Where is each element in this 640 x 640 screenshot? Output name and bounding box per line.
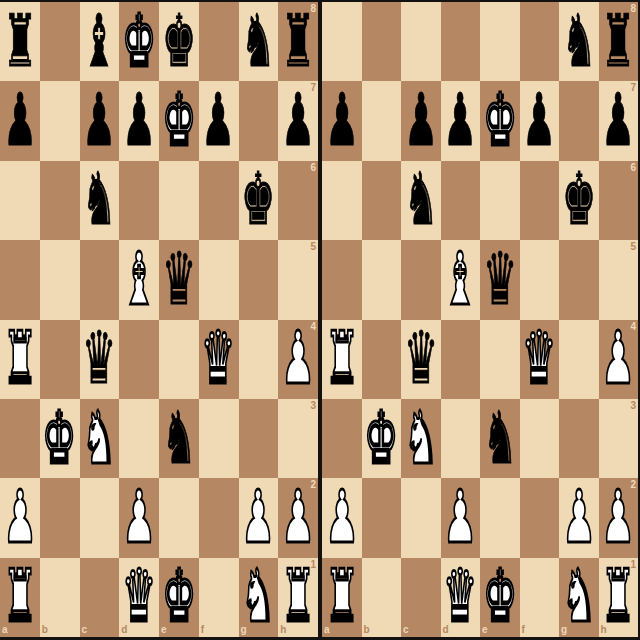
white-queen[interactable]: ♛ — [122, 561, 156, 634]
square-f3[interactable] — [520, 399, 560, 478]
black-knight[interactable]: ♞ — [562, 5, 596, 78]
black-pawn[interactable]: ♟ — [443, 85, 477, 158]
black-queen[interactable]: ♛ — [483, 243, 517, 316]
square-b6[interactable] — [40, 161, 80, 240]
square-d4[interactable] — [119, 320, 159, 399]
square-a7[interactable]: ♟ — [322, 81, 362, 160]
square-h5[interactable]: 5 — [599, 240, 639, 319]
rank-label-6: 6 — [630, 163, 636, 173]
file-label-b: b — [42, 625, 48, 635]
file-label-d: d — [443, 625, 449, 635]
square-c1[interactable]: c — [401, 558, 441, 637]
square-d2[interactable]: ♟ — [441, 478, 481, 557]
square-c5[interactable] — [401, 240, 441, 319]
square-e3[interactable]: ♞ — [480, 399, 520, 478]
file-label-c: c — [82, 625, 88, 635]
square-a4[interactable]: ♜ — [0, 320, 40, 399]
square-g5[interactable] — [559, 240, 599, 319]
rank-label-5: 5 — [310, 242, 316, 252]
square-c6[interactable]: ♞ — [401, 161, 441, 240]
square-a8[interactable] — [322, 2, 362, 81]
square-b1[interactable]: b — [362, 558, 402, 637]
square-h8[interactable]: ♜8 — [599, 2, 639, 81]
square-a2[interactable]: ♟ — [322, 478, 362, 557]
white-queen[interactable]: ♛ — [443, 561, 477, 634]
square-h1[interactable]: ♜1h — [278, 558, 318, 637]
square-e8[interactable]: ♚ — [159, 2, 199, 81]
square-e8[interactable] — [480, 2, 520, 81]
white-king[interactable]: ♚ — [43, 402, 77, 475]
square-f7[interactable]: ♟ — [520, 81, 560, 160]
square-c6[interactable]: ♞ — [80, 161, 120, 240]
rank-label-1: 1 — [630, 560, 636, 570]
square-d7[interactable]: ♟ — [441, 81, 481, 160]
square-g6[interactable]: ♚ — [559, 161, 599, 240]
square-d3[interactable] — [119, 399, 159, 478]
white-pawn[interactable]: ♟ — [281, 482, 315, 555]
square-a5[interactable] — [322, 240, 362, 319]
square-c3[interactable]: ♞ — [80, 399, 120, 478]
square-f8[interactable] — [520, 2, 560, 81]
square-d8[interactable]: ♚ — [119, 2, 159, 81]
square-e7[interactable]: ♚ — [480, 81, 520, 160]
square-e6[interactable] — [159, 161, 199, 240]
square-d1[interactable]: ♛d — [441, 558, 481, 637]
square-a5[interactable] — [0, 240, 40, 319]
square-d7[interactable]: ♟ — [119, 81, 159, 160]
square-c2[interactable] — [401, 478, 441, 557]
square-f5[interactable] — [520, 240, 560, 319]
white-pawn[interactable]: ♟ — [3, 482, 37, 555]
rank-label-4: 4 — [630, 322, 636, 332]
left-board: ♜♝♚♚♞♜8♟♟♟♚♟♟7♞♚6♝♛5♜♛♛♟4♚♞♞3♟♟♟♟2♜abc♛d… — [0, 2, 318, 637]
file-label-h: h — [280, 625, 286, 635]
black-queen[interactable]: ♛ — [162, 243, 196, 316]
white-bishop[interactable]: ♝ — [122, 243, 156, 316]
square-c1[interactable]: c — [80, 558, 120, 637]
rank-label-7: 7 — [310, 83, 316, 93]
white-king[interactable]: ♚ — [483, 85, 517, 158]
right-board: ♞♜8♟♟♟♚♟♟7♞♚6♝♛5♜♛♛♟4♚♞♞3♟♟♟♟2♜abc♛d♚ef♞… — [322, 2, 638, 637]
square-a6[interactable] — [0, 161, 40, 240]
square-d4[interactable] — [441, 320, 481, 399]
square-d5[interactable]: ♝ — [441, 240, 481, 319]
white-king[interactable]: ♚ — [364, 402, 398, 475]
black-queen[interactable]: ♛ — [404, 323, 438, 396]
square-c8[interactable]: ♝ — [80, 2, 120, 81]
file-label-a: a — [324, 625, 330, 635]
black-knight[interactable]: ♞ — [404, 164, 438, 237]
rank-label-4: 4 — [310, 322, 316, 332]
square-g2[interactable]: ♟ — [239, 478, 279, 557]
rank-label-2: 2 — [310, 480, 316, 490]
white-pawn[interactable]: ♟ — [562, 482, 596, 555]
file-label-b: b — [364, 625, 370, 635]
black-knight[interactable]: ♞ — [162, 402, 196, 475]
rank-label-7: 7 — [630, 83, 636, 93]
square-c8[interactable] — [401, 2, 441, 81]
square-b1[interactable]: b — [40, 558, 80, 637]
white-bishop[interactable]: ♝ — [443, 243, 477, 316]
square-b4[interactable] — [362, 320, 402, 399]
white-rook[interactable]: ♜ — [3, 561, 37, 634]
white-knight[interactable]: ♞ — [241, 561, 275, 634]
square-c3[interactable]: ♞ — [401, 399, 441, 478]
square-g5[interactable] — [239, 240, 279, 319]
square-g4[interactable] — [559, 320, 599, 399]
black-pawn[interactable]: ♟ — [601, 85, 635, 158]
square-g1[interactable]: ♞g — [559, 558, 599, 637]
black-pawn[interactable]: ♟ — [404, 85, 438, 158]
square-c4[interactable]: ♛ — [401, 320, 441, 399]
square-e3[interactable]: ♞ — [159, 399, 199, 478]
white-pawn[interactable]: ♟ — [325, 482, 359, 555]
square-g6[interactable]: ♚ — [239, 161, 279, 240]
square-e7[interactable]: ♚ — [159, 81, 199, 160]
square-a4[interactable]: ♜ — [322, 320, 362, 399]
rank-label-3: 3 — [630, 401, 636, 411]
black-rook[interactable]: ♜ — [3, 5, 37, 78]
file-label-e: e — [482, 625, 488, 635]
square-a6[interactable] — [322, 161, 362, 240]
square-f1[interactable]: f — [520, 558, 560, 637]
square-b8[interactable] — [362, 2, 402, 81]
white-rook[interactable]: ♜ — [325, 561, 359, 634]
square-h3[interactable]: 3 — [278, 399, 318, 478]
black-pawn[interactable]: ♟ — [122, 85, 156, 158]
black-knight[interactable]: ♞ — [82, 164, 116, 237]
square-h4[interactable]: ♟4 — [599, 320, 639, 399]
black-knight[interactable]: ♞ — [241, 5, 275, 78]
square-d6[interactable] — [119, 161, 159, 240]
white-pawn[interactable]: ♟ — [601, 323, 635, 396]
square-g7[interactable] — [239, 81, 279, 160]
square-d2[interactable]: ♟ — [119, 478, 159, 557]
white-pawn[interactable]: ♟ — [122, 482, 156, 555]
square-h2[interactable]: ♟2 — [278, 478, 318, 557]
square-c7[interactable]: ♟ — [80, 81, 120, 160]
square-a8[interactable]: ♜ — [0, 2, 40, 81]
black-pawn[interactable]: ♟ — [325, 85, 359, 158]
black-pawn[interactable]: ♟ — [82, 85, 116, 158]
square-e2[interactable] — [159, 478, 199, 557]
file-label-f: f — [201, 625, 204, 635]
white-rook[interactable]: ♜ — [325, 323, 359, 396]
square-b7[interactable] — [362, 81, 402, 160]
square-e2[interactable] — [480, 478, 520, 557]
white-queen[interactable]: ♛ — [202, 323, 236, 396]
rank-label-5: 5 — [630, 242, 636, 252]
square-h6[interactable]: 6 — [278, 161, 318, 240]
square-e5[interactable]: ♛ — [480, 240, 520, 319]
square-f7[interactable]: ♟ — [199, 81, 239, 160]
square-d5[interactable]: ♝ — [119, 240, 159, 319]
square-a3[interactable] — [0, 399, 40, 478]
square-f3[interactable] — [199, 399, 239, 478]
file-label-g: g — [561, 625, 567, 635]
square-e5[interactable]: ♛ — [159, 240, 199, 319]
square-b4[interactable] — [40, 320, 80, 399]
square-f6[interactable] — [199, 161, 239, 240]
black-rook[interactable]: ♜ — [601, 5, 635, 78]
black-bishop[interactable]: ♝ — [82, 5, 116, 78]
rank-label-2: 2 — [630, 480, 636, 490]
square-a1[interactable]: ♜a — [0, 558, 40, 637]
white-rook[interactable]: ♜ — [601, 561, 635, 634]
square-f4[interactable]: ♛ — [520, 320, 560, 399]
black-pawn[interactable]: ♟ — [522, 85, 556, 158]
file-label-e: e — [161, 625, 167, 635]
square-f8[interactable] — [199, 2, 239, 81]
square-d8[interactable] — [441, 2, 481, 81]
square-c5[interactable] — [80, 240, 120, 319]
black-pawn[interactable]: ♟ — [281, 85, 315, 158]
white-rook[interactable]: ♜ — [281, 561, 315, 634]
square-a7[interactable]: ♟ — [0, 81, 40, 160]
square-g1[interactable]: ♞g — [239, 558, 279, 637]
rank-label-3: 3 — [310, 401, 316, 411]
square-c2[interactable] — [80, 478, 120, 557]
square-a2[interactable]: ♟ — [0, 478, 40, 557]
square-h6[interactable]: 6 — [599, 161, 639, 240]
square-b8[interactable] — [40, 2, 80, 81]
square-e1[interactable]: ♚e — [159, 558, 199, 637]
square-b7[interactable] — [40, 81, 80, 160]
square-e4[interactable] — [159, 320, 199, 399]
square-d3[interactable] — [441, 399, 481, 478]
white-pawn[interactable]: ♟ — [241, 482, 275, 555]
square-g7[interactable] — [559, 81, 599, 160]
white-knight[interactable]: ♞ — [404, 402, 438, 475]
square-g8[interactable]: ♞ — [239, 2, 279, 81]
white-pawn[interactable]: ♟ — [281, 323, 315, 396]
rank-label-8: 8 — [310, 4, 316, 14]
file-label-f: f — [522, 625, 525, 635]
black-rook[interactable]: ♜ — [281, 5, 315, 78]
square-c7[interactable]: ♟ — [401, 81, 441, 160]
square-b2[interactable] — [362, 478, 402, 557]
black-king[interactable]: ♚ — [241, 164, 275, 237]
square-b5[interactable] — [40, 240, 80, 319]
black-king[interactable]: ♚ — [562, 164, 596, 237]
square-h4[interactable]: ♟4 — [278, 320, 318, 399]
square-h5[interactable]: 5 — [278, 240, 318, 319]
file-label-h: h — [601, 625, 607, 635]
square-g3[interactable] — [559, 399, 599, 478]
rank-label-1: 1 — [310, 560, 316, 570]
file-label-d: d — [121, 625, 127, 635]
square-b5[interactable] — [362, 240, 402, 319]
square-f2[interactable] — [520, 478, 560, 557]
square-b3[interactable]: ♚ — [40, 399, 80, 478]
square-g2[interactable]: ♟ — [559, 478, 599, 557]
square-c4[interactable]: ♛ — [80, 320, 120, 399]
white-rook[interactable]: ♜ — [3, 323, 37, 396]
square-f4[interactable]: ♛ — [199, 320, 239, 399]
rank-label-8: 8 — [630, 4, 636, 14]
white-king[interactable]: ♚ — [162, 85, 196, 158]
square-e6[interactable] — [480, 161, 520, 240]
white-queen[interactable]: ♛ — [522, 323, 556, 396]
square-h7[interactable]: ♟7 — [599, 81, 639, 160]
black-pawn[interactable]: ♟ — [202, 85, 236, 158]
black-king[interactable]: ♚ — [162, 5, 196, 78]
file-label-a: a — [2, 625, 8, 635]
square-h2[interactable]: ♟2 — [599, 478, 639, 557]
square-h3[interactable]: 3 — [599, 399, 639, 478]
white-knight[interactable]: ♞ — [82, 402, 116, 475]
black-pawn[interactable]: ♟ — [3, 85, 37, 158]
square-a1[interactable]: ♜a — [322, 558, 362, 637]
black-knight[interactable]: ♞ — [483, 402, 517, 475]
file-label-g: g — [241, 625, 247, 635]
square-b6[interactable] — [362, 161, 402, 240]
square-f2[interactable] — [199, 478, 239, 557]
square-h7[interactable]: ♟7 — [278, 81, 318, 160]
square-d1[interactable]: ♛d — [119, 558, 159, 637]
square-a3[interactable] — [322, 399, 362, 478]
square-f6[interactable] — [520, 161, 560, 240]
white-king[interactable]: ♚ — [483, 561, 517, 634]
square-d6[interactable] — [441, 161, 481, 240]
square-f5[interactable] — [199, 240, 239, 319]
square-b2[interactable] — [40, 478, 80, 557]
square-b3[interactable]: ♚ — [362, 399, 402, 478]
white-pawn[interactable]: ♟ — [443, 482, 477, 555]
file-label-c: c — [403, 625, 409, 635]
square-e4[interactable] — [480, 320, 520, 399]
square-h1[interactable]: ♜1h — [599, 558, 639, 637]
square-e1[interactable]: ♚e — [480, 558, 520, 637]
white-king[interactable]: ♚ — [162, 561, 196, 634]
square-g8[interactable]: ♞ — [559, 2, 599, 81]
square-f1[interactable]: f — [199, 558, 239, 637]
square-h8[interactable]: ♜8 — [278, 2, 318, 81]
white-pawn[interactable]: ♟ — [601, 482, 635, 555]
black-queen[interactable]: ♛ — [82, 323, 116, 396]
white-king[interactable]: ♚ — [122, 5, 156, 78]
square-g3[interactable] — [239, 399, 279, 478]
rank-label-6: 6 — [310, 163, 316, 173]
white-knight[interactable]: ♞ — [562, 561, 596, 634]
square-g4[interactable] — [239, 320, 279, 399]
